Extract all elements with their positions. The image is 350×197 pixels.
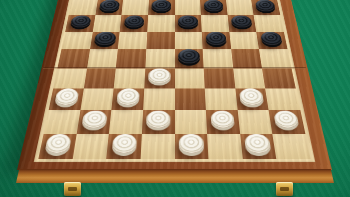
square-b1[interactable] <box>72 134 109 159</box>
square-f4[interactable] <box>204 68 235 88</box>
square-a8[interactable] <box>69 0 98 15</box>
square-h6[interactable] <box>256 32 287 50</box>
square-d2[interactable] <box>142 110 175 133</box>
black-piece[interactable] <box>178 50 200 64</box>
square-e2[interactable] <box>175 110 208 133</box>
white-piece[interactable] <box>54 89 80 105</box>
white-piece[interactable] <box>179 134 204 153</box>
square-b2[interactable] <box>76 110 111 133</box>
square-e3[interactable] <box>175 88 206 110</box>
square-d1[interactable] <box>140 134 174 159</box>
black-piece[interactable] <box>94 32 116 45</box>
white-piece[interactable] <box>273 110 300 127</box>
square-h5[interactable] <box>259 49 291 68</box>
square-d8[interactable] <box>148 0 174 15</box>
square-c4[interactable] <box>114 68 145 88</box>
square-g6[interactable] <box>229 32 259 50</box>
black-piece[interactable] <box>255 0 276 11</box>
square-f7[interactable] <box>201 15 229 31</box>
white-piece[interactable] <box>82 110 108 127</box>
square-b4[interactable] <box>84 68 116 88</box>
black-piece[interactable] <box>260 32 283 45</box>
black-piece[interactable] <box>70 15 92 27</box>
square-e4[interactable] <box>175 68 205 88</box>
square-h4[interactable] <box>262 68 296 88</box>
square-f5[interactable] <box>203 49 233 68</box>
square-h8[interactable] <box>251 0 280 15</box>
board-grid <box>38 0 310 159</box>
square-h3[interactable] <box>265 88 300 110</box>
white-piece[interactable] <box>244 134 271 153</box>
square-c1[interactable] <box>106 134 141 159</box>
square-b3[interactable] <box>80 88 114 110</box>
square-b8[interactable] <box>95 0 123 15</box>
black-piece[interactable] <box>178 15 198 27</box>
checkers-board <box>17 0 332 170</box>
square-c8[interactable] <box>122 0 149 15</box>
square-d3[interactable] <box>143 88 174 110</box>
square-h2[interactable] <box>269 110 305 133</box>
square-b5[interactable] <box>87 49 118 68</box>
square-g3[interactable] <box>235 88 269 110</box>
square-g2[interactable] <box>237 110 272 133</box>
square-h7[interactable] <box>254 15 284 31</box>
black-piece[interactable] <box>205 32 227 45</box>
board-front-edge <box>16 169 334 183</box>
square-a7[interactable] <box>65 15 95 31</box>
white-piece[interactable] <box>111 134 137 153</box>
square-e5[interactable] <box>175 49 204 68</box>
square-g7[interactable] <box>227 15 256 31</box>
brass-latch-left <box>64 182 81 196</box>
white-piece[interactable] <box>148 68 170 83</box>
black-piece[interactable] <box>124 15 145 27</box>
square-e1[interactable] <box>175 134 209 159</box>
square-g4[interactable] <box>233 68 265 88</box>
square-c7[interactable] <box>120 15 148 31</box>
white-piece[interactable] <box>146 110 170 127</box>
white-piece[interactable] <box>210 110 235 127</box>
square-b7[interactable] <box>93 15 122 31</box>
square-a3[interactable] <box>49 88 84 110</box>
square-g5[interactable] <box>231 49 262 68</box>
square-a4[interactable] <box>53 68 87 88</box>
black-piece[interactable] <box>231 15 252 27</box>
black-piece[interactable] <box>99 0 120 11</box>
square-c6[interactable] <box>118 32 147 50</box>
square-f6[interactable] <box>202 32 231 50</box>
white-piece[interactable] <box>116 89 140 105</box>
square-c2[interactable] <box>109 110 143 133</box>
square-a5[interactable] <box>57 49 89 68</box>
square-f2[interactable] <box>206 110 240 133</box>
square-f1[interactable] <box>207 134 242 159</box>
square-g8[interactable] <box>226 0 254 15</box>
square-e8[interactable] <box>175 0 201 15</box>
square-a1[interactable] <box>38 134 76 159</box>
square-d6[interactable] <box>146 32 174 50</box>
board-inner-border <box>34 0 316 162</box>
white-piece[interactable] <box>239 89 264 105</box>
square-c5[interactable] <box>116 49 146 68</box>
photo-scene <box>0 0 350 197</box>
black-piece[interactable] <box>152 0 171 11</box>
square-a6[interactable] <box>61 32 92 50</box>
square-f8[interactable] <box>200 0 227 15</box>
square-a2[interactable] <box>44 110 80 133</box>
square-e6[interactable] <box>175 32 203 50</box>
square-h1[interactable] <box>273 134 311 159</box>
square-d7[interactable] <box>147 15 174 31</box>
square-g1[interactable] <box>240 134 277 159</box>
square-d5[interactable] <box>145 49 174 68</box>
black-piece[interactable] <box>203 0 223 11</box>
brass-latch-right <box>276 182 293 196</box>
square-c3[interactable] <box>112 88 145 110</box>
square-b6[interactable] <box>90 32 120 50</box>
square-f3[interactable] <box>205 88 238 110</box>
white-piece[interactable] <box>44 134 72 153</box>
square-d4[interactable] <box>144 68 174 88</box>
square-e7[interactable] <box>175 15 202 31</box>
